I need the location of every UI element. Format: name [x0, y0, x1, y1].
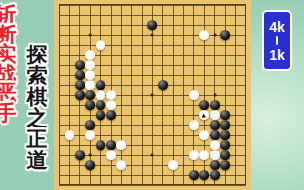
board-intersection	[54, 120, 64, 130]
board-intersection	[178, 80, 188, 90]
board-intersection	[137, 170, 147, 180]
board-intersection	[85, 70, 95, 80]
board-intersection	[106, 180, 116, 190]
board-intersection	[158, 10, 168, 20]
board-intersection	[230, 0, 240, 10]
board-intersection	[168, 160, 178, 170]
board-intersection	[116, 50, 126, 60]
white-stone	[85, 80, 95, 90]
black-stone	[220, 110, 230, 120]
board-intersection	[127, 150, 137, 160]
board-intersection	[64, 90, 74, 100]
black-stone	[75, 150, 85, 160]
board-intersection	[199, 40, 209, 50]
board-intersection	[168, 70, 178, 80]
board-intersection	[116, 10, 126, 20]
board-intersection	[95, 170, 105, 180]
board-intersection	[178, 150, 188, 160]
board-intersection	[116, 90, 126, 100]
board-intersection	[116, 180, 126, 190]
board-intersection	[220, 90, 230, 100]
board-intersection	[75, 170, 85, 180]
board-intersection	[64, 130, 74, 140]
board-intersection	[220, 70, 230, 80]
board-intersection	[241, 110, 251, 120]
board-intersection	[230, 60, 240, 70]
rank-badge-bottom: 1k	[269, 48, 285, 62]
black-stone	[158, 80, 168, 90]
board-intersection	[220, 20, 230, 30]
board-intersection	[54, 180, 64, 190]
board-intersection	[147, 50, 157, 60]
board-intersection	[210, 0, 220, 10]
board-intersection	[220, 80, 230, 90]
board-intersection	[64, 140, 74, 150]
board-intersection	[85, 40, 95, 50]
black-stone	[96, 110, 106, 120]
board-intersection	[189, 100, 199, 110]
board-intersection	[241, 20, 251, 30]
board-intersection	[116, 140, 126, 150]
board-intersection	[64, 150, 74, 160]
board-intersection	[158, 130, 168, 140]
board-intersection	[54, 0, 64, 10]
board-intersection	[54, 170, 64, 180]
board-intersection	[230, 40, 240, 50]
board-intersection	[220, 130, 230, 140]
black-stone	[96, 100, 106, 110]
white-stone	[199, 30, 209, 40]
board-intersection	[189, 180, 199, 190]
black-stone	[85, 100, 95, 110]
board-intersection	[220, 120, 230, 130]
board-intersection	[127, 130, 137, 140]
board-intersection	[210, 80, 220, 90]
board-intersection	[168, 150, 178, 160]
white-stone	[116, 140, 126, 150]
board-intersection	[168, 30, 178, 40]
board-intersection	[137, 180, 147, 190]
board-intersection	[106, 50, 116, 60]
board-intersection	[147, 60, 157, 70]
board-intersection	[137, 50, 147, 60]
board-intersection	[54, 90, 64, 100]
board-intersection	[199, 120, 209, 130]
board-intersection	[230, 80, 240, 90]
triangle-marker	[202, 113, 206, 117]
black-stone	[75, 90, 85, 100]
board-intersection	[199, 130, 209, 140]
board-intersection	[178, 70, 188, 80]
white-stone	[65, 130, 75, 140]
board-intersection	[54, 30, 64, 40]
board-intersection	[127, 110, 137, 120]
vertical-text-char: 道	[23, 150, 51, 171]
board-intersection	[95, 30, 105, 40]
board-intersection	[85, 60, 95, 70]
board-intersection	[64, 0, 74, 10]
board-intersection	[64, 160, 74, 170]
board-intersection	[127, 70, 137, 80]
board-intersection	[95, 80, 105, 90]
board-intersection	[230, 120, 240, 130]
board-intersection	[199, 80, 209, 90]
vertical-text-char: 斩	[0, 5, 20, 25]
black-stone	[75, 80, 85, 90]
board-intersection	[147, 80, 157, 90]
board-intersection	[127, 140, 137, 150]
board-intersection	[230, 10, 240, 20]
board-intersection	[95, 90, 105, 100]
black-stone	[199, 100, 209, 110]
vertical-text-char: 实	[0, 44, 20, 64]
board-intersection	[75, 180, 85, 190]
board-intersection	[189, 0, 199, 10]
board-intersection	[147, 160, 157, 170]
board-intersection	[85, 30, 95, 40]
board-intersection	[158, 120, 168, 130]
board-intersection	[95, 60, 105, 70]
board-intersection	[64, 170, 74, 180]
board-intersection	[137, 40, 147, 50]
board-intersection	[199, 110, 209, 120]
board-intersection	[158, 0, 168, 10]
board-intersection	[137, 100, 147, 110]
star-point	[89, 154, 92, 157]
board-intersection	[220, 170, 230, 180]
board-intersection	[158, 110, 168, 120]
black-stone	[85, 160, 95, 170]
board-intersection	[106, 0, 116, 10]
board-intersection	[178, 170, 188, 180]
vertical-text-char: 之	[23, 108, 51, 129]
board-intersection	[127, 0, 137, 10]
board-intersection	[75, 150, 85, 160]
board-intersection	[85, 100, 95, 110]
board-intersection	[127, 10, 137, 20]
board-intersection	[230, 30, 240, 40]
board-intersection	[54, 20, 64, 30]
board-intersection	[54, 160, 64, 170]
board-intersection	[158, 160, 168, 170]
board-intersection	[199, 30, 209, 40]
board-intersection	[178, 120, 188, 130]
board-intersection	[168, 80, 178, 90]
white-stone	[116, 160, 126, 170]
board-intersection	[137, 80, 147, 90]
board-intersection	[64, 70, 74, 80]
board-intersection	[85, 0, 95, 10]
black-stone	[85, 120, 95, 130]
board-intersection	[85, 90, 95, 100]
board-intersection	[241, 0, 251, 10]
board-intersection	[178, 50, 188, 60]
board-intersection	[230, 20, 240, 30]
board-intersection	[241, 150, 251, 160]
white-stone	[189, 120, 199, 130]
board-intersection	[230, 150, 240, 160]
board-intersection	[158, 70, 168, 80]
board-intersection	[75, 50, 85, 60]
board-intersection	[137, 0, 147, 10]
white-stone	[199, 110, 209, 120]
board-intersection	[137, 90, 147, 100]
board-intersection	[168, 170, 178, 180]
board-intersection	[95, 100, 105, 110]
board-intersection	[116, 70, 126, 80]
star-point	[89, 34, 92, 37]
board-intersection	[85, 80, 95, 90]
board-intersection	[210, 60, 220, 70]
board-intersection	[95, 130, 105, 140]
vertical-text-char: 手	[0, 103, 20, 123]
board-intersection	[116, 100, 126, 110]
board-intersection	[158, 20, 168, 30]
board-intersection	[75, 100, 85, 110]
board-intersection	[189, 50, 199, 60]
board-intersection	[116, 0, 126, 10]
board-intersection	[85, 140, 95, 150]
white-stone	[96, 90, 106, 100]
board-intersection	[220, 100, 230, 110]
board-intersection	[220, 60, 230, 70]
board-intersection	[64, 20, 74, 30]
white-stone	[85, 50, 95, 60]
board-intersection	[75, 30, 85, 40]
board-intersection	[210, 40, 220, 50]
black-stone	[106, 140, 116, 150]
vertical-banner-text: 斩断实战恶手	[0, 5, 20, 123]
board-intersection	[116, 30, 126, 40]
board-intersection	[75, 0, 85, 10]
white-stone	[96, 40, 106, 50]
board-intersection	[95, 70, 105, 80]
board-intersection	[168, 110, 178, 120]
board-intersection	[116, 60, 126, 70]
vertical-slogan-text: 探索棋之正道	[23, 45, 51, 170]
black-stone	[220, 120, 230, 130]
board-intersection	[168, 60, 178, 70]
board-intersection	[189, 30, 199, 40]
board-intersection	[220, 110, 230, 120]
board-intersection	[189, 90, 199, 100]
white-stone	[168, 160, 178, 170]
vertical-text-char: 棋	[23, 87, 51, 108]
board-intersection	[54, 10, 64, 20]
board-intersection	[127, 40, 137, 50]
board-intersection	[210, 140, 220, 150]
board-intersection	[189, 70, 199, 80]
board-intersection	[241, 140, 251, 150]
board-intersection	[127, 160, 137, 170]
white-stone	[106, 150, 116, 160]
vertical-text-char: 正	[23, 129, 51, 150]
board-intersection	[178, 140, 188, 150]
board-intersection	[168, 10, 178, 20]
board-intersection	[220, 30, 230, 40]
board-intersection	[64, 60, 74, 70]
white-stone	[85, 130, 95, 140]
board-intersection	[158, 60, 168, 70]
board-intersection	[127, 90, 137, 100]
board-intersection	[189, 60, 199, 70]
board-intersection	[158, 180, 168, 190]
board-intersection	[210, 50, 220, 60]
board-intersection	[54, 50, 64, 60]
board-intersection	[199, 140, 209, 150]
board-intersection	[210, 10, 220, 20]
board-intersection	[95, 110, 105, 120]
black-stone	[210, 170, 220, 180]
vertical-text-char: 探	[23, 45, 51, 66]
board-intersection	[75, 90, 85, 100]
board-intersection	[241, 100, 251, 110]
board-intersection	[220, 180, 230, 190]
board-intersection	[220, 150, 230, 160]
board-intersection	[95, 120, 105, 130]
board-intersection	[106, 20, 116, 30]
board-intersection	[210, 130, 220, 140]
board-intersection	[199, 60, 209, 70]
board-intersection	[210, 30, 220, 40]
star-point	[151, 154, 154, 157]
board-intersection	[54, 40, 64, 50]
board-intersection	[220, 50, 230, 60]
board-intersection	[178, 100, 188, 110]
board-intersection	[64, 80, 74, 90]
board-intersection	[137, 120, 147, 130]
board-intersection	[64, 110, 74, 120]
board-intersection	[95, 180, 105, 190]
white-stone	[199, 150, 209, 160]
board-intersection	[199, 10, 209, 20]
board-intersection	[116, 120, 126, 130]
rank-badge-divider: |	[276, 36, 278, 45]
board-intersection	[54, 110, 64, 120]
board-intersection	[220, 160, 230, 170]
board-intersection	[189, 110, 199, 120]
board-intersection	[158, 170, 168, 180]
white-stone	[85, 60, 95, 70]
board-intersection	[199, 160, 209, 170]
board-intersection	[230, 70, 240, 80]
board-intersection	[210, 150, 220, 160]
board-intersection	[116, 160, 126, 170]
board-intersection	[178, 160, 188, 170]
board-intersection	[95, 50, 105, 60]
board-intersection	[127, 180, 137, 190]
board-intersection	[85, 20, 95, 30]
board-intersection	[95, 40, 105, 50]
board-intersection	[106, 40, 116, 50]
board-intersection	[241, 180, 251, 190]
board-intersection	[95, 0, 105, 10]
board-intersection	[230, 140, 240, 150]
board-intersection	[116, 150, 126, 160]
board-intersection	[168, 140, 178, 150]
board-intersection	[189, 20, 199, 30]
board-intersection	[147, 150, 157, 160]
board-intersection	[168, 0, 178, 10]
board-intersection	[158, 80, 168, 90]
board-intersection	[178, 40, 188, 50]
board-intersection	[199, 150, 209, 160]
board-intersection	[220, 0, 230, 10]
black-stone	[199, 170, 209, 180]
board-intersection	[127, 120, 137, 130]
board-intersection	[210, 100, 220, 110]
board-intersection	[75, 130, 85, 140]
board-intersection	[85, 110, 95, 120]
black-stone	[106, 110, 116, 120]
board-intersection	[137, 60, 147, 70]
board-grid	[54, 0, 251, 190]
black-stone	[210, 160, 220, 170]
board-intersection	[178, 30, 188, 40]
board-intersection	[64, 180, 74, 190]
board-intersection	[189, 120, 199, 130]
board-intersection	[137, 20, 147, 30]
board-intersection	[241, 90, 251, 100]
vertical-text-char: 索	[23, 66, 51, 87]
board-intersection	[85, 180, 95, 190]
board-intersection	[178, 110, 188, 120]
white-stone	[210, 150, 220, 160]
board-intersection	[241, 170, 251, 180]
board-intersection	[210, 90, 220, 100]
black-stone	[148, 20, 158, 30]
board-intersection	[158, 140, 168, 150]
star-point	[151, 94, 154, 97]
board-intersection	[199, 70, 209, 80]
board-intersection	[75, 160, 85, 170]
board-intersection	[210, 20, 220, 30]
board-intersection	[64, 50, 74, 60]
board-intersection	[220, 40, 230, 50]
board-intersection	[106, 170, 116, 180]
board-intersection	[189, 140, 199, 150]
board-intersection	[230, 160, 240, 170]
board-intersection	[147, 10, 157, 20]
board-intersection	[64, 10, 74, 20]
board-intersection	[127, 20, 137, 30]
board-intersection	[116, 130, 126, 140]
board-intersection	[116, 20, 126, 30]
board-intersection	[106, 160, 116, 170]
board-intersection	[189, 40, 199, 50]
board-intersection	[199, 50, 209, 60]
board-intersection	[116, 80, 126, 90]
black-stone	[210, 100, 220, 110]
board-intersection	[147, 30, 157, 40]
board-intersection	[54, 150, 64, 160]
board-intersection	[199, 180, 209, 190]
board-intersection	[241, 70, 251, 80]
go-board	[54, 0, 251, 190]
black-stone	[210, 120, 220, 130]
board-intersection	[178, 90, 188, 100]
board-intersection	[106, 140, 116, 150]
board-intersection	[106, 30, 116, 40]
board-intersection	[220, 10, 230, 20]
board-intersection	[168, 100, 178, 110]
board-intersection	[210, 160, 220, 170]
board-intersection	[85, 130, 95, 140]
board-intersection	[168, 180, 178, 190]
board-intersection	[241, 30, 251, 40]
board-intersection	[189, 160, 199, 170]
board-intersection	[158, 40, 168, 50]
